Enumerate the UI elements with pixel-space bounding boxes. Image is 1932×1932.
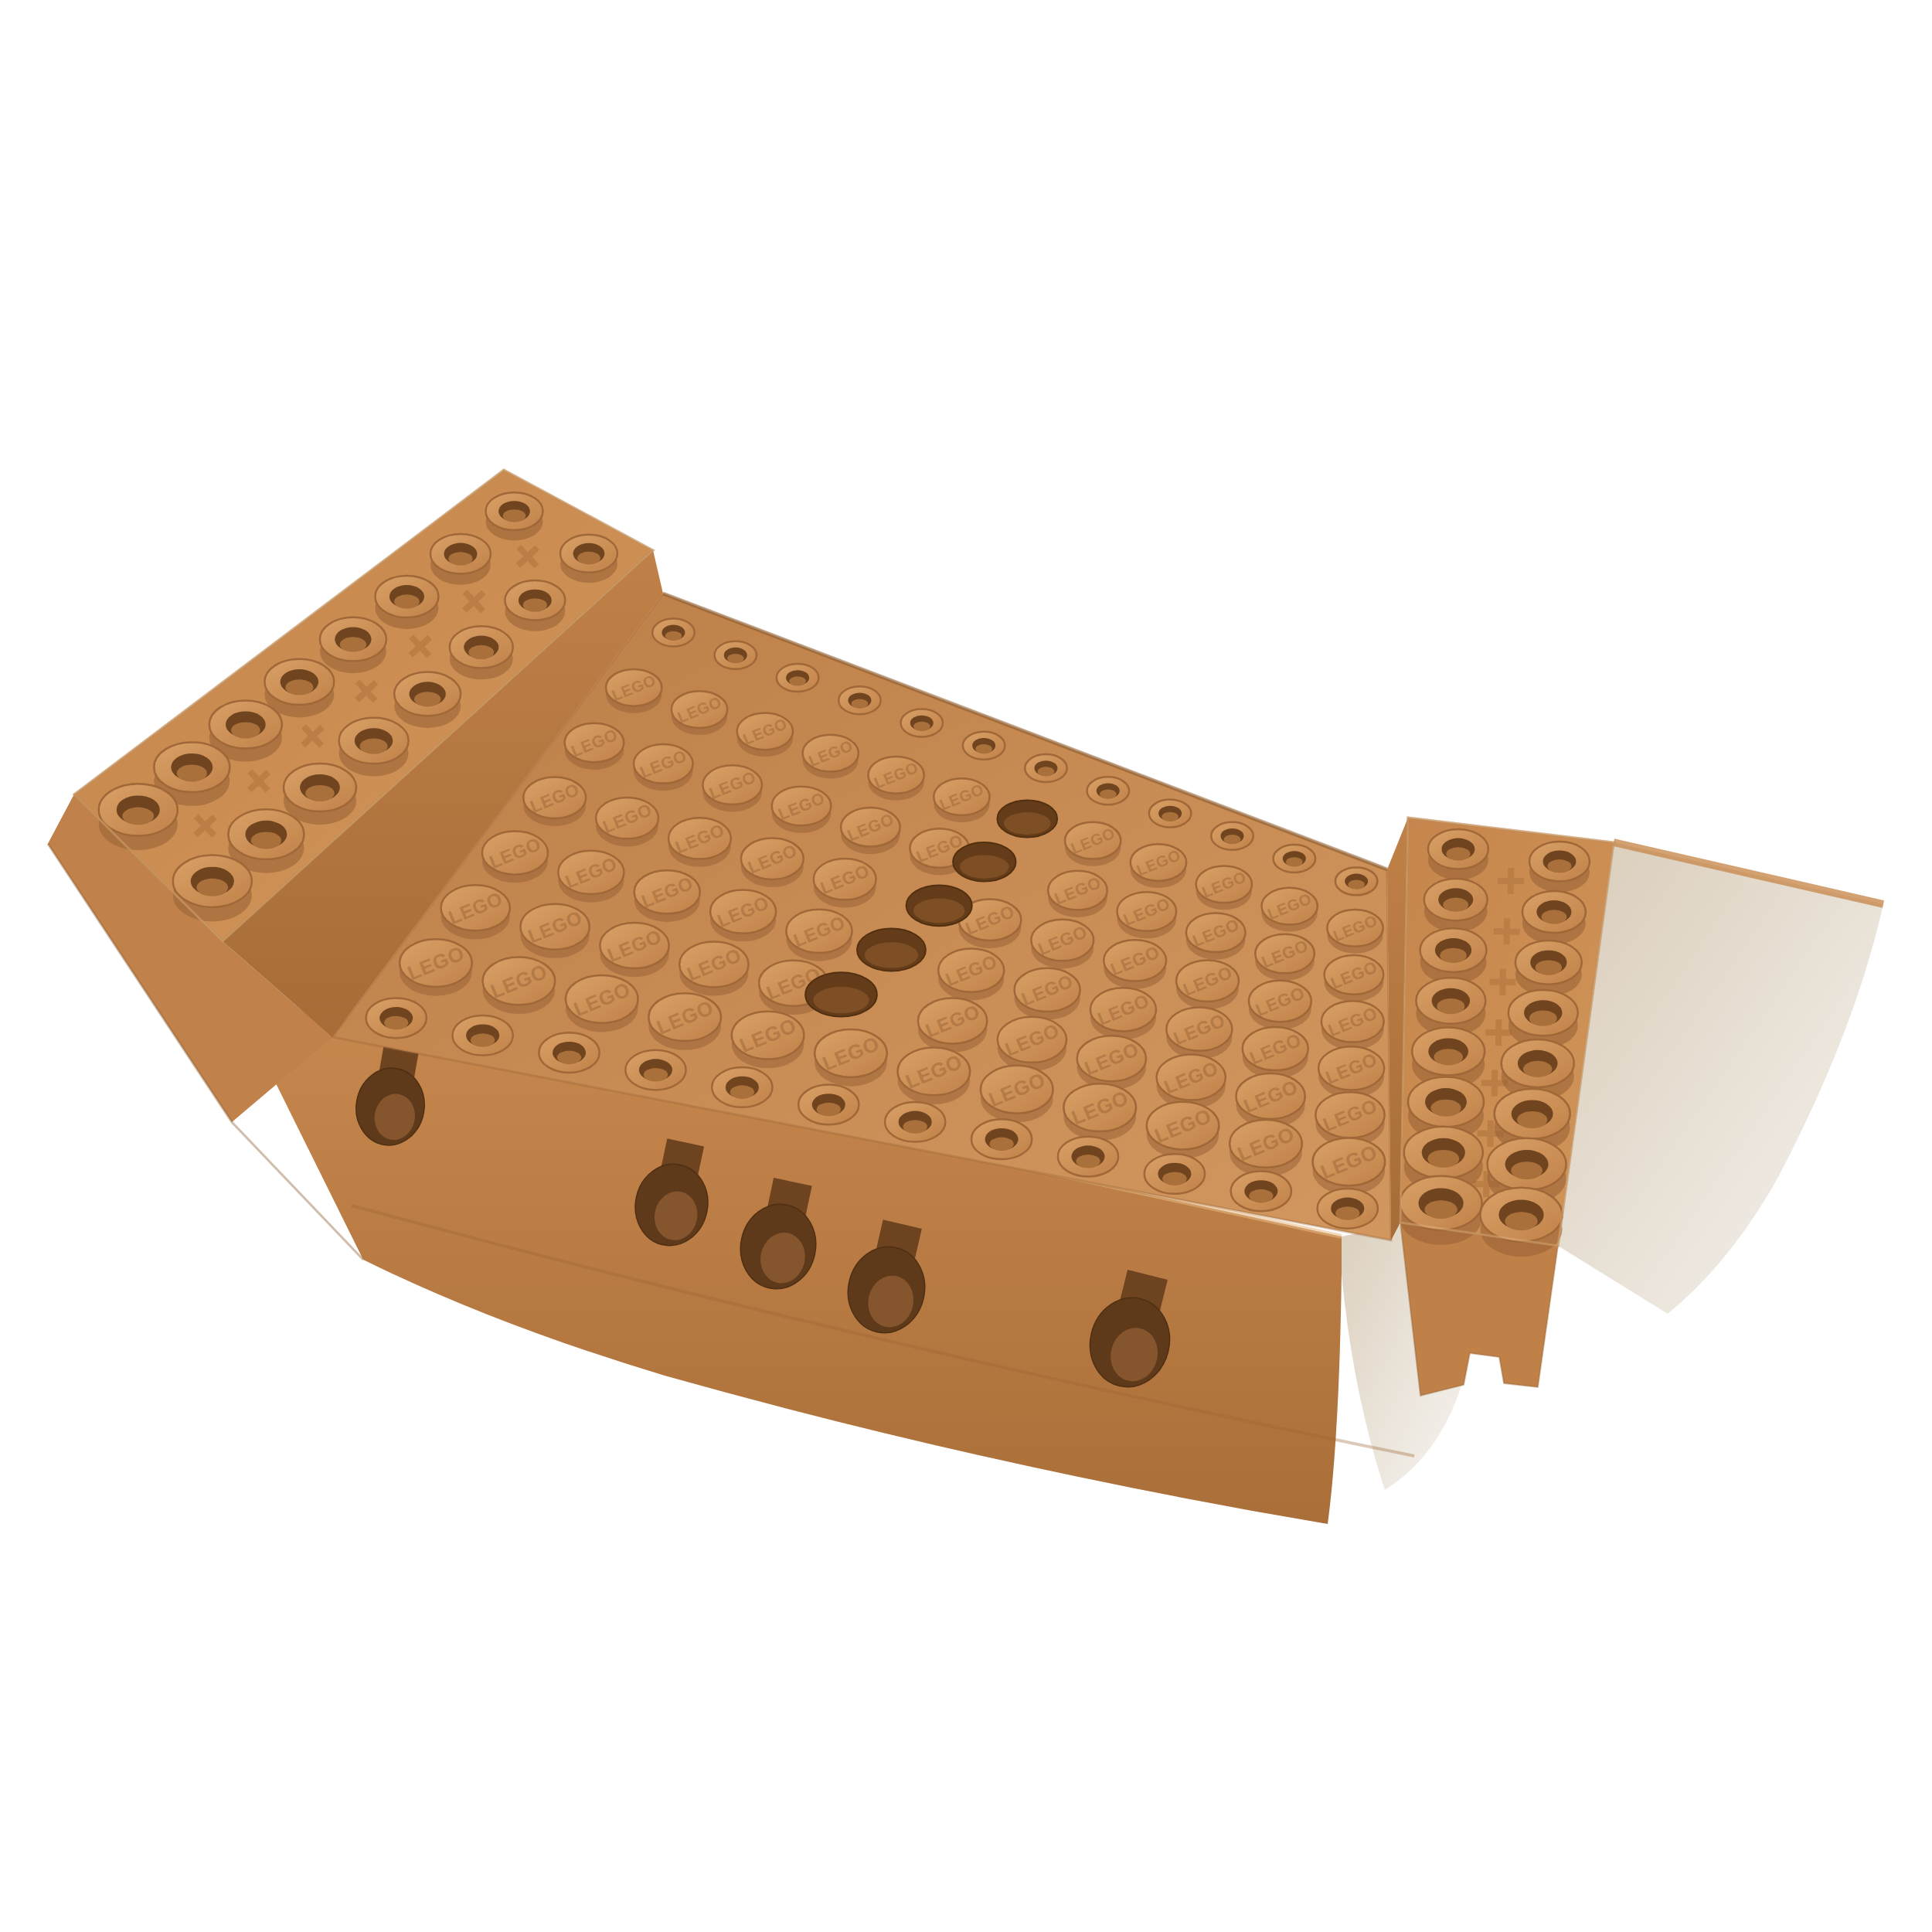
- stud-hole-inner-light: [503, 509, 526, 522]
- stud-hole-inner-light: [122, 808, 154, 825]
- stud-hole-inner-light: [1434, 1049, 1463, 1065]
- stud-hole-inner-light: [471, 1033, 495, 1047]
- stud-hole-inner-light: [1249, 1189, 1273, 1203]
- stud-hole-inner-light: [1505, 1212, 1537, 1230]
- stud-hole-inner-light: [1162, 812, 1179, 821]
- stud-hole-inner-light: [1446, 847, 1470, 861]
- stud-hole-inner-light: [231, 722, 260, 738]
- stud-hole-inner-light: [1437, 998, 1464, 1014]
- stud-hole-inner-light: [196, 879, 228, 896]
- deck-hole-inner-light: [960, 855, 1009, 878]
- stud-hole-inner-light: [285, 679, 313, 695]
- stud-hole-inner-light: [1523, 1061, 1553, 1077]
- stud-hole-inner-light: [665, 631, 682, 641]
- stud-hole-inner-light: [414, 692, 440, 706]
- stud-hole-inner-light: [448, 552, 472, 566]
- deck-hole-inner-light: [865, 942, 918, 968]
- stud-hole-inner-light: [975, 744, 992, 753]
- stud-hole-inner-light: [730, 1085, 754, 1099]
- stud-hole-inner-light: [1076, 1155, 1100, 1168]
- deck-hole-inner-light: [1004, 812, 1051, 835]
- stud-hole-inner-light: [1100, 790, 1117, 799]
- stud-hole-inner-light: [1162, 1172, 1186, 1185]
- stud-hole-inner-light: [644, 1068, 668, 1082]
- stud-hole-inner-light: [577, 552, 600, 565]
- stud-hole-inner-light: [557, 1051, 581, 1065]
- stud-hole-inner-light: [468, 645, 494, 659]
- stud-hole-inner-light: [1286, 857, 1303, 866]
- stud-hole-inner-light: [1038, 767, 1055, 776]
- stud-hole-inner-light: [251, 832, 281, 849]
- stud-hole-inner-light: [1427, 1150, 1459, 1168]
- photo-stage: LEGOLEGOLEGOLEGOLEGOLEGOLEGOLEGOLEGOLEGO…: [0, 0, 1932, 1932]
- stud-hole-inner-light: [1517, 1111, 1547, 1128]
- stud-hole-inner-light: [1348, 880, 1365, 889]
- stud-hole-inner-light: [913, 722, 930, 731]
- lego-piece-photo: LEGOLEGOLEGOLEGOLEGOLEGOLEGOLEGOLEGOLEGO…: [0, 0, 1932, 1932]
- stud-hole-inner-light: [1547, 859, 1571, 873]
- stud-hole-inner-light: [989, 1138, 1013, 1151]
- stud-hole-inner-light: [1335, 1206, 1359, 1220]
- stud-hole-inner-light: [1542, 910, 1567, 923]
- stud-hole-inner-light: [394, 594, 420, 608]
- stud-hole-inner-light: [1529, 1011, 1557, 1026]
- stud-hole-inner-light: [1443, 897, 1468, 911]
- stud-hole-inner-light: [1511, 1162, 1543, 1179]
- stud-hole-inner-light: [1224, 835, 1241, 844]
- stud-hole-inner-light: [340, 637, 366, 651]
- right-hull-end: [1558, 842, 1883, 1314]
- stud-hole-inner-light: [789, 676, 806, 685]
- right-hull-curve: [1558, 842, 1883, 1314]
- stud-hole-inner-light: [1430, 1100, 1461, 1117]
- stud-hole-inner-light: [1424, 1200, 1457, 1219]
- deck-hole-inner-light: [913, 899, 964, 923]
- stud-hole-inner-light: [305, 785, 335, 801]
- stud-hole-inner-light: [360, 739, 388, 754]
- stud-hole-inner-light: [1536, 960, 1562, 975]
- stud-hole-inner-light: [1440, 948, 1466, 963]
- stud-hole-inner-light: [177, 764, 207, 781]
- stud-hole-inner-light: [727, 654, 744, 663]
- stud-hole-inner-light: [903, 1120, 927, 1134]
- stud-hole-inner-light: [384, 1016, 408, 1030]
- deck-hole-inner-light: [813, 987, 869, 1013]
- stud-hole-inner-light: [523, 598, 547, 612]
- stud-hole-inner-light: [817, 1103, 841, 1117]
- stud-hole-inner-light: [852, 699, 869, 708]
